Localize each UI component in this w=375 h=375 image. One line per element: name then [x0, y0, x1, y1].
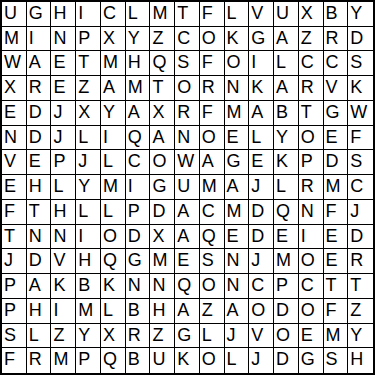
grid-cell-r8c5[interactable]: M — [101, 175, 126, 200]
grid-cell-r8c15[interactable]: C — [348, 175, 373, 200]
grid-cell-r9c12[interactable]: Q — [274, 200, 299, 225]
grid-cell-r6c12[interactable]: Y — [274, 126, 299, 151]
grid-cell-r9c3[interactable]: H — [51, 200, 76, 225]
grid-cell-r4c8[interactable]: O — [175, 76, 200, 101]
grid-cell-r5c2[interactable]: D — [27, 101, 52, 126]
grid-cell-r10c1[interactable]: T — [2, 225, 27, 250]
grid-cell-r4c12[interactable]: A — [274, 76, 299, 101]
grid-cell-r9c13[interactable]: N — [299, 200, 324, 225]
grid-cell-r13c7[interactable]: H — [150, 299, 175, 324]
grid-cell-r5c5[interactable]: Y — [101, 101, 126, 126]
grid-cell-r14c9[interactable]: L — [200, 324, 225, 349]
grid-cell-r2c13[interactable]: Z — [299, 27, 324, 52]
grid-cell-r5c9[interactable]: F — [200, 101, 225, 126]
grid-cell-r10c14[interactable]: E — [324, 225, 349, 250]
grid-cell-r3c12[interactable]: L — [274, 51, 299, 76]
grid-cell-r7c13[interactable]: P — [299, 150, 324, 175]
grid-cell-r4c5[interactable]: A — [101, 76, 126, 101]
grid-cell-r10c12[interactable]: E — [274, 225, 299, 250]
grid-cell-r5c15[interactable]: W — [348, 101, 373, 126]
grid-cell-r3c11[interactable]: I — [249, 51, 274, 76]
grid-cell-r2c8[interactable]: C — [175, 27, 200, 52]
grid-cell-r9c10[interactable]: M — [225, 200, 250, 225]
grid-cell-r14c11[interactable]: V — [249, 324, 274, 349]
grid-cell-r8c6[interactable]: I — [126, 175, 151, 200]
grid-cell-r11c5[interactable]: Q — [101, 249, 126, 274]
grid-cell-r14c5[interactable]: X — [101, 324, 126, 349]
grid-cell-r8c1[interactable]: E — [2, 175, 27, 200]
grid-cell-r10c15[interactable]: D — [348, 225, 373, 250]
grid-cell-r2c15[interactable]: D — [348, 27, 373, 52]
grid-cell-r2c4[interactable]: P — [76, 27, 101, 52]
grid-cell-r3c14[interactable]: C — [324, 51, 349, 76]
grid-cell-r9c15[interactable]: J — [348, 200, 373, 225]
grid-cell-r3c7[interactable]: Q — [150, 51, 175, 76]
grid-cell-r14c8[interactable]: G — [175, 324, 200, 349]
grid-cell-r14c13[interactable]: E — [299, 324, 324, 349]
grid-cell-r4c2[interactable]: R — [27, 76, 52, 101]
grid-cell-r13c6[interactable]: B — [126, 299, 151, 324]
grid-cell-r7c4[interactable]: J — [76, 150, 101, 175]
grid-cell-r15c6[interactable]: B — [126, 348, 151, 373]
grid-cell-r15c7[interactable]: U — [150, 348, 175, 373]
grid-cell-r6c13[interactable]: O — [299, 126, 324, 151]
grid-cell-r3c2[interactable]: A — [27, 51, 52, 76]
grid-cell-r13c13[interactable]: O — [299, 299, 324, 324]
grid-cell-r6c1[interactable]: N — [2, 126, 27, 151]
grid-cell-r7c15[interactable]: S — [348, 150, 373, 175]
grid-cell-r2c5[interactable]: X — [101, 27, 126, 52]
grid-cell-r10c11[interactable]: D — [249, 225, 274, 250]
grid-cell-r11c9[interactable]: S — [200, 249, 225, 274]
grid-cell-r10c5[interactable]: O — [101, 225, 126, 250]
grid-cell-r7c14[interactable]: D — [324, 150, 349, 175]
grid-cell-r4c1[interactable]: X — [2, 76, 27, 101]
grid-cell-r1c8[interactable]: T — [175, 2, 200, 27]
grid-cell-r8c10[interactable]: A — [225, 175, 250, 200]
grid-cell-r15c4[interactable]: P — [76, 348, 101, 373]
grid-cell-r15c3[interactable]: M — [51, 348, 76, 373]
grid-cell-r6c8[interactable]: N — [175, 126, 200, 151]
grid-cell-r14c2[interactable]: L — [27, 324, 52, 349]
grid-cell-r2c3[interactable]: N — [51, 27, 76, 52]
grid-cell-r6c2[interactable]: D — [27, 126, 52, 151]
grid-cell-r11c6[interactable]: G — [126, 249, 151, 274]
grid-cell-r13c4[interactable]: M — [76, 299, 101, 324]
grid-cell-r15c14[interactable]: S — [324, 348, 349, 373]
grid-cell-r7c10[interactable]: G — [225, 150, 250, 175]
grid-cell-r2c9[interactable]: O — [200, 27, 225, 52]
grid-cell-r4c15[interactable]: K — [348, 76, 373, 101]
grid-cell-r10c3[interactable]: N — [51, 225, 76, 250]
grid-cell-r13c2[interactable]: H — [27, 299, 52, 324]
grid-cell-r12c8[interactable]: Q — [175, 274, 200, 299]
grid-cell-r5c8[interactable]: R — [175, 101, 200, 126]
grid-cell-r12c2[interactable]: A — [27, 274, 52, 299]
grid-cell-r8c2[interactable]: H — [27, 175, 52, 200]
grid-cell-r12c14[interactable]: T — [324, 274, 349, 299]
grid-cell-r3c3[interactable]: E — [51, 51, 76, 76]
grid-cell-r9c1[interactable]: F — [2, 200, 27, 225]
grid-cell-r11c10[interactable]: N — [225, 249, 250, 274]
grid-cell-r10c7[interactable]: X — [150, 225, 175, 250]
grid-cell-r4c14[interactable]: V — [324, 76, 349, 101]
grid-cell-r1c13[interactable]: X — [299, 2, 324, 27]
grid-cell-r5c12[interactable]: B — [274, 101, 299, 126]
grid-cell-r4c10[interactable]: N — [225, 76, 250, 101]
grid-cell-r14c15[interactable]: Y — [348, 324, 373, 349]
word-search-board: UGHICLMTFLVUXBYMINPXYZCOKGAZRDWAETMHQSFO… — [0, 0, 375, 375]
grid-cell-r6c5[interactable]: I — [101, 126, 126, 151]
grid-cell-r5c6[interactable]: A — [126, 101, 151, 126]
grid-cell-r13c8[interactable]: A — [175, 299, 200, 324]
grid-cell-r12c13[interactable]: C — [299, 274, 324, 299]
grid-cell-r12c1[interactable]: P — [2, 274, 27, 299]
grid-cell-r11c13[interactable]: O — [299, 249, 324, 274]
grid-cell-r1c3[interactable]: H — [51, 2, 76, 27]
grid-cell-r15c15[interactable]: H — [348, 348, 373, 373]
grid-cell-r13c14[interactable]: F — [324, 299, 349, 324]
grid-cell-r13c10[interactable]: A — [225, 299, 250, 324]
grid-cell-r8c11[interactable]: J — [249, 175, 274, 200]
grid-cell-r15c10[interactable]: L — [225, 348, 250, 373]
grid-cell-r4c9[interactable]: R — [200, 76, 225, 101]
grid-cell-r10c9[interactable]: Q — [200, 225, 225, 250]
grid-cell-r7c5[interactable]: L — [101, 150, 126, 175]
grid-cell-r6c4[interactable]: L — [76, 126, 101, 151]
grid-cell-r2c14[interactable]: R — [324, 27, 349, 52]
grid-cell-r9c11[interactable]: D — [249, 200, 274, 225]
grid-cell-r13c5[interactable]: L — [101, 299, 126, 324]
grid-cell-r12c4[interactable]: B — [76, 274, 101, 299]
grid-cell-r1c15[interactable]: Y — [348, 2, 373, 27]
grid-cell-r10c2[interactable]: N — [27, 225, 52, 250]
grid-cell-r4c4[interactable]: Z — [76, 76, 101, 101]
grid-cell-r10c4[interactable]: I — [76, 225, 101, 250]
grid-cell-r12c9[interactable]: O — [200, 274, 225, 299]
grid-cell-r14c12[interactable]: O — [274, 324, 299, 349]
grid-cell-r12c3[interactable]: K — [51, 274, 76, 299]
grid-cell-r14c3[interactable]: Z — [51, 324, 76, 349]
grid-cell-r12c11[interactable]: C — [249, 274, 274, 299]
grid-cell-r8c13[interactable]: R — [299, 175, 324, 200]
grid-cell-r2c11[interactable]: G — [249, 27, 274, 52]
grid-cell-r12c5[interactable]: K — [101, 274, 126, 299]
grid-cell-r4c11[interactable]: K — [249, 76, 274, 101]
grid-cell-r9c9[interactable]: C — [200, 200, 225, 225]
grid-cell-r10c6[interactable]: D — [126, 225, 151, 250]
grid-cell-r12c15[interactable]: T — [348, 274, 373, 299]
grid-cell-r1c14[interactable]: B — [324, 2, 349, 27]
grid-cell-r15c8[interactable]: K — [175, 348, 200, 373]
grid-cell-r15c11[interactable]: J — [249, 348, 274, 373]
grid-cell-r2c10[interactable]: K — [225, 27, 250, 52]
grid-cell-r11c3[interactable]: V — [51, 249, 76, 274]
grid-cell-r4c6[interactable]: M — [126, 76, 151, 101]
grid-cell-r1c10[interactable]: L — [225, 2, 250, 27]
grid-cell-r12c6[interactable]: N — [126, 274, 151, 299]
grid-cell-r2c2[interactable]: I — [27, 27, 52, 52]
grid-cell-r14c6[interactable]: R — [126, 324, 151, 349]
grid-cell-r8c12[interactable]: L — [274, 175, 299, 200]
grid-cell-r1c9[interactable]: F — [200, 2, 225, 27]
grid-cell-r1c12[interactable]: U — [274, 2, 299, 27]
grid-cell-r9c14[interactable]: F — [324, 200, 349, 225]
grid-cell-r12c10[interactable]: N — [225, 274, 250, 299]
grid-cell-r15c13[interactable]: G — [299, 348, 324, 373]
grid-cell-r2c6[interactable]: Y — [126, 27, 151, 52]
grid-cell-r3c15[interactable]: S — [348, 51, 373, 76]
grid-cell-r11c12[interactable]: M — [274, 249, 299, 274]
grid-cell-r8c9[interactable]: M — [200, 175, 225, 200]
grid-cell-r3c8[interactable]: S — [175, 51, 200, 76]
grid-cell-r4c3[interactable]: E — [51, 76, 76, 101]
grid-cell-r3c4[interactable]: T — [76, 51, 101, 76]
grid-cell-r1c2[interactable]: G — [27, 2, 52, 27]
grid-cell-r14c10[interactable]: J — [225, 324, 250, 349]
grid-cell-r11c1[interactable]: J — [2, 249, 27, 274]
grid-cell-r9c5[interactable]: L — [101, 200, 126, 225]
grid-cell-r13c15[interactable]: Z — [348, 299, 373, 324]
grid-cell-r5c11[interactable]: A — [249, 101, 274, 126]
grid-cell-r7c11[interactable]: E — [249, 150, 274, 175]
grid-cell-r2c7[interactable]: Z — [150, 27, 175, 52]
grid-cell-r9c7[interactable]: D — [150, 200, 175, 225]
grid-cell-r6c9[interactable]: O — [200, 126, 225, 151]
grid-cell-r6c3[interactable]: J — [51, 126, 76, 151]
grid-cell-r11c7[interactable]: M — [150, 249, 175, 274]
grid-cell-r6c14[interactable]: E — [324, 126, 349, 151]
grid-cell-r5c10[interactable]: M — [225, 101, 250, 126]
grid-cell-r13c1[interactable]: P — [2, 299, 27, 324]
grid-cell-r3c9[interactable]: F — [200, 51, 225, 76]
grid-cell-r6c6[interactable]: Q — [126, 126, 151, 151]
grid-cell-r2c12[interactable]: A — [274, 27, 299, 52]
grid-cell-r6c15[interactable]: F — [348, 126, 373, 151]
grid-cell-r7c2[interactable]: E — [27, 150, 52, 175]
grid-cell-r7c3[interactable]: P — [51, 150, 76, 175]
grid-cell-r3c13[interactable]: C — [299, 51, 324, 76]
grid-cell-r4c7[interactable]: T — [150, 76, 175, 101]
grid-cell-r1c7[interactable]: M — [150, 2, 175, 27]
grid-cell-r6c10[interactable]: E — [225, 126, 250, 151]
grid-cell-r13c3[interactable]: I — [51, 299, 76, 324]
grid-cell-r10c13[interactable]: I — [299, 225, 324, 250]
grid-cell-r9c6[interactable]: P — [126, 200, 151, 225]
grid-cell-r2c1[interactable]: M — [2, 27, 27, 52]
grid-cell-r5c13[interactable]: T — [299, 101, 324, 126]
grid-cell-r13c9[interactable]: Z — [200, 299, 225, 324]
grid-cell-r14c4[interactable]: Y — [76, 324, 101, 349]
grid-cell-r11c2[interactable]: D — [27, 249, 52, 274]
grid-cell-r1c5[interactable]: C — [101, 2, 126, 27]
grid-cell-r7c9[interactable]: A — [200, 150, 225, 175]
grid-cell-r9c2[interactable]: T — [27, 200, 52, 225]
grid-cell-r5c14[interactable]: G — [324, 101, 349, 126]
grid-cell-r7c8[interactable]: W — [175, 150, 200, 175]
grid-cell-r7c6[interactable]: C — [126, 150, 151, 175]
grid-cell-r9c8[interactable]: A — [175, 200, 200, 225]
grid-cell-r10c8[interactable]: A — [175, 225, 200, 250]
grid-cell-r3c1[interactable]: W — [2, 51, 27, 76]
grid-cell-r7c12[interactable]: K — [274, 150, 299, 175]
grid-cell-r3c5[interactable]: M — [101, 51, 126, 76]
grid-cell-r13c12[interactable]: D — [274, 299, 299, 324]
grid-cell-r8c7[interactable]: G — [150, 175, 175, 200]
grid-cell-r5c3[interactable]: J — [51, 101, 76, 126]
grid-cell-r12c7[interactable]: N — [150, 274, 175, 299]
grid-cell-r3c10[interactable]: O — [225, 51, 250, 76]
grid-cell-r14c1[interactable]: S — [2, 324, 27, 349]
grid-cell-r15c1[interactable]: F — [2, 348, 27, 373]
grid-cell-r1c1[interactable]: U — [2, 2, 27, 27]
grid-cell-r6c11[interactable]: L — [249, 126, 274, 151]
grid-cell-r1c6[interactable]: L — [126, 2, 151, 27]
grid-cell-r13c11[interactable]: O — [249, 299, 274, 324]
grid-cell-r1c11[interactable]: V — [249, 2, 274, 27]
grid-cell-r8c3[interactable]: L — [51, 175, 76, 200]
grid-cell-r15c12[interactable]: D — [274, 348, 299, 373]
grid-cell-r3c6[interactable]: H — [126, 51, 151, 76]
grid-cell-r11c15[interactable]: R — [348, 249, 373, 274]
grid-cell-r12c12[interactable]: P — [274, 274, 299, 299]
grid-cell-r7c7[interactable]: O — [150, 150, 175, 175]
grid-cell-r11c11[interactable]: J — [249, 249, 274, 274]
grid-cell-r5c1[interactable]: E — [2, 101, 27, 126]
grid-cell-r5c7[interactable]: X — [150, 101, 175, 126]
grid-cell-r9c4[interactable]: L — [76, 200, 101, 225]
grid-cell-r10c10[interactable]: E — [225, 225, 250, 250]
grid-cell-r14c7[interactable]: Z — [150, 324, 175, 349]
grid-cell-r5c4[interactable]: X — [76, 101, 101, 126]
grid-cell-r6c7[interactable]: A — [150, 126, 175, 151]
grid-cell-r8c14[interactable]: M — [324, 175, 349, 200]
grid-cell-r8c4[interactable]: Y — [76, 175, 101, 200]
grid-cell-r4c13[interactable]: R — [299, 76, 324, 101]
grid-cell-r11c8[interactable]: E — [175, 249, 200, 274]
grid-cell-r8c8[interactable]: U — [175, 175, 200, 200]
grid-cell-r11c4[interactable]: H — [76, 249, 101, 274]
grid-cell-r7c1[interactable]: V — [2, 150, 27, 175]
grid-cell-r11c14[interactable]: E — [324, 249, 349, 274]
grid-cell-r14c14[interactable]: M — [324, 324, 349, 349]
grid-cell-r15c2[interactable]: R — [27, 348, 52, 373]
grid-cell-r15c9[interactable]: O — [200, 348, 225, 373]
grid-cell-r1c4[interactable]: I — [76, 2, 101, 27]
grid-cell-r15c5[interactable]: Q — [101, 348, 126, 373]
